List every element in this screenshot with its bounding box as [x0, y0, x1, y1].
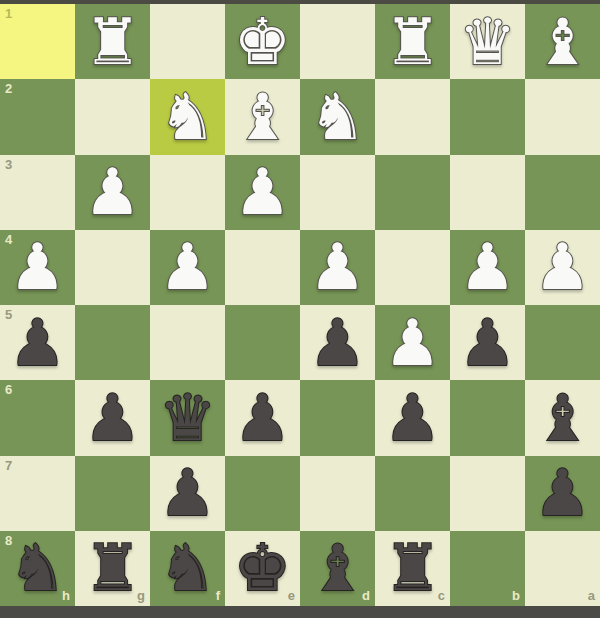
piece-white-pawn[interactable]: ♟ — [534, 235, 591, 299]
piece-black-king[interactable]: ♚ — [234, 536, 291, 600]
piece-black-knight[interactable]: ♞ — [159, 536, 216, 600]
square-h3[interactable]: 3 — [0, 155, 75, 230]
square-e2[interactable]: ♝ — [225, 79, 300, 154]
piece-white-pawn[interactable]: ♟ — [9, 235, 66, 299]
square-d4[interactable]: ♟ — [300, 230, 375, 305]
square-d1[interactable] — [300, 4, 375, 79]
square-e5[interactable] — [225, 305, 300, 380]
square-f2[interactable]: ♞ — [150, 79, 225, 154]
piece-white-pawn[interactable]: ♟ — [459, 235, 516, 299]
square-c3[interactable] — [375, 155, 450, 230]
square-a8[interactable]: a — [525, 531, 600, 606]
bottom-bar — [0, 606, 600, 618]
piece-black-pawn[interactable]: ♟ — [309, 311, 366, 375]
square-d6[interactable] — [300, 380, 375, 455]
square-a3[interactable] — [525, 155, 600, 230]
square-e1[interactable]: ♚ — [225, 4, 300, 79]
square-c8[interactable]: c♜ — [375, 531, 450, 606]
square-c7[interactable] — [375, 456, 450, 531]
piece-black-knight[interactable]: ♞ — [9, 536, 66, 600]
square-g4[interactable] — [75, 230, 150, 305]
square-b6[interactable] — [450, 380, 525, 455]
square-a5[interactable] — [525, 305, 600, 380]
square-b8[interactable]: b — [450, 531, 525, 606]
rank-label-3: 3 — [5, 158, 12, 171]
square-c5[interactable]: ♟ — [375, 305, 450, 380]
square-a2[interactable] — [525, 79, 600, 154]
piece-black-bishop[interactable]: ♝ — [534, 386, 591, 450]
square-e4[interactable] — [225, 230, 300, 305]
piece-white-knight[interactable]: ♞ — [159, 85, 216, 149]
piece-black-pawn[interactable]: ♟ — [159, 461, 216, 525]
square-g5[interactable] — [75, 305, 150, 380]
piece-white-knight[interactable]: ♞ — [309, 85, 366, 149]
square-d8[interactable]: d♝ — [300, 531, 375, 606]
square-h5[interactable]: 5♟ — [0, 305, 75, 380]
piece-black-pawn[interactable]: ♟ — [84, 386, 141, 450]
square-e3[interactable]: ♟ — [225, 155, 300, 230]
rank-label-1: 1 — [5, 7, 12, 20]
square-b1[interactable]: ♛ — [450, 4, 525, 79]
square-b4[interactable]: ♟ — [450, 230, 525, 305]
piece-white-pawn[interactable]: ♟ — [384, 311, 441, 375]
square-a6[interactable]: ♝ — [525, 380, 600, 455]
square-f8[interactable]: f♞ — [150, 531, 225, 606]
square-a7[interactable]: ♟ — [525, 456, 600, 531]
square-h6[interactable]: 6 — [0, 380, 75, 455]
square-f3[interactable] — [150, 155, 225, 230]
square-h7[interactable]: 7 — [0, 456, 75, 531]
square-d2[interactable]: ♞ — [300, 79, 375, 154]
square-f5[interactable] — [150, 305, 225, 380]
square-c2[interactable] — [375, 79, 450, 154]
piece-black-pawn[interactable]: ♟ — [459, 311, 516, 375]
square-e8[interactable]: e♚ — [225, 531, 300, 606]
file-label-a: a — [588, 589, 595, 602]
square-e7[interactable] — [225, 456, 300, 531]
piece-white-rook[interactable]: ♜ — [84, 10, 141, 74]
piece-black-bishop[interactable]: ♝ — [309, 536, 366, 600]
square-d3[interactable] — [300, 155, 375, 230]
square-f7[interactable]: ♟ — [150, 456, 225, 531]
piece-black-pawn[interactable]: ♟ — [9, 311, 66, 375]
square-f6[interactable]: ♛ — [150, 380, 225, 455]
square-g1[interactable]: ♜ — [75, 4, 150, 79]
square-b2[interactable] — [450, 79, 525, 154]
piece-black-pawn[interactable]: ♟ — [234, 386, 291, 450]
square-f4[interactable]: ♟ — [150, 230, 225, 305]
piece-white-pawn[interactable]: ♟ — [84, 160, 141, 224]
piece-black-pawn[interactable]: ♟ — [384, 386, 441, 450]
chess-board: 1♜♚♜♛♝2♞♝♞3♟♟4♟♟♟♟♟5♟♟♟♟6♟♛♟♟♝7♟♟8h♞g♜f♞… — [0, 4, 600, 606]
square-h1[interactable]: 1 — [0, 4, 75, 79]
square-b7[interactable] — [450, 456, 525, 531]
square-h8[interactable]: 8h♞ — [0, 531, 75, 606]
square-g2[interactable] — [75, 79, 150, 154]
file-label-f: f — [216, 589, 220, 602]
square-d7[interactable] — [300, 456, 375, 531]
square-e6[interactable]: ♟ — [225, 380, 300, 455]
piece-black-pawn[interactable]: ♟ — [534, 461, 591, 525]
square-c6[interactable]: ♟ — [375, 380, 450, 455]
square-g6[interactable]: ♟ — [75, 380, 150, 455]
rank-label-7: 7 — [5, 459, 12, 472]
square-c4[interactable] — [375, 230, 450, 305]
piece-white-bishop[interactable]: ♝ — [234, 85, 291, 149]
square-d5[interactable]: ♟ — [300, 305, 375, 380]
piece-black-queen[interactable]: ♛ — [159, 386, 216, 450]
square-g3[interactable]: ♟ — [75, 155, 150, 230]
square-g8[interactable]: g♜ — [75, 531, 150, 606]
square-b5[interactable]: ♟ — [450, 305, 525, 380]
piece-black-rook[interactable]: ♜ — [384, 536, 441, 600]
piece-white-pawn[interactable]: ♟ — [309, 235, 366, 299]
piece-white-pawn[interactable]: ♟ — [234, 160, 291, 224]
chess-app: 1♜♚♜♛♝2♞♝♞3♟♟4♟♟♟♟♟5♟♟♟♟6♟♛♟♟♝7♟♟8h♞g♜f♞… — [0, 0, 600, 618]
square-h2[interactable]: 2 — [0, 79, 75, 154]
square-g7[interactable] — [75, 456, 150, 531]
piece-white-rook[interactable]: ♜ — [384, 10, 441, 74]
square-c1[interactable]: ♜ — [375, 4, 450, 79]
piece-white-pawn[interactable]: ♟ — [159, 235, 216, 299]
square-b3[interactable] — [450, 155, 525, 230]
piece-white-queen[interactable]: ♛ — [459, 10, 516, 74]
square-f1[interactable] — [150, 4, 225, 79]
square-h4[interactable]: 4♟ — [0, 230, 75, 305]
rank-label-6: 6 — [5, 383, 12, 396]
piece-white-king[interactable]: ♚ — [234, 10, 291, 74]
piece-white-bishop[interactable]: ♝ — [534, 10, 591, 74]
square-a4[interactable]: ♟ — [525, 230, 600, 305]
file-label-b: b — [512, 589, 520, 602]
rank-label-2: 2 — [5, 82, 12, 95]
piece-black-rook[interactable]: ♜ — [84, 536, 141, 600]
square-a1[interactable]: ♝ — [525, 4, 600, 79]
